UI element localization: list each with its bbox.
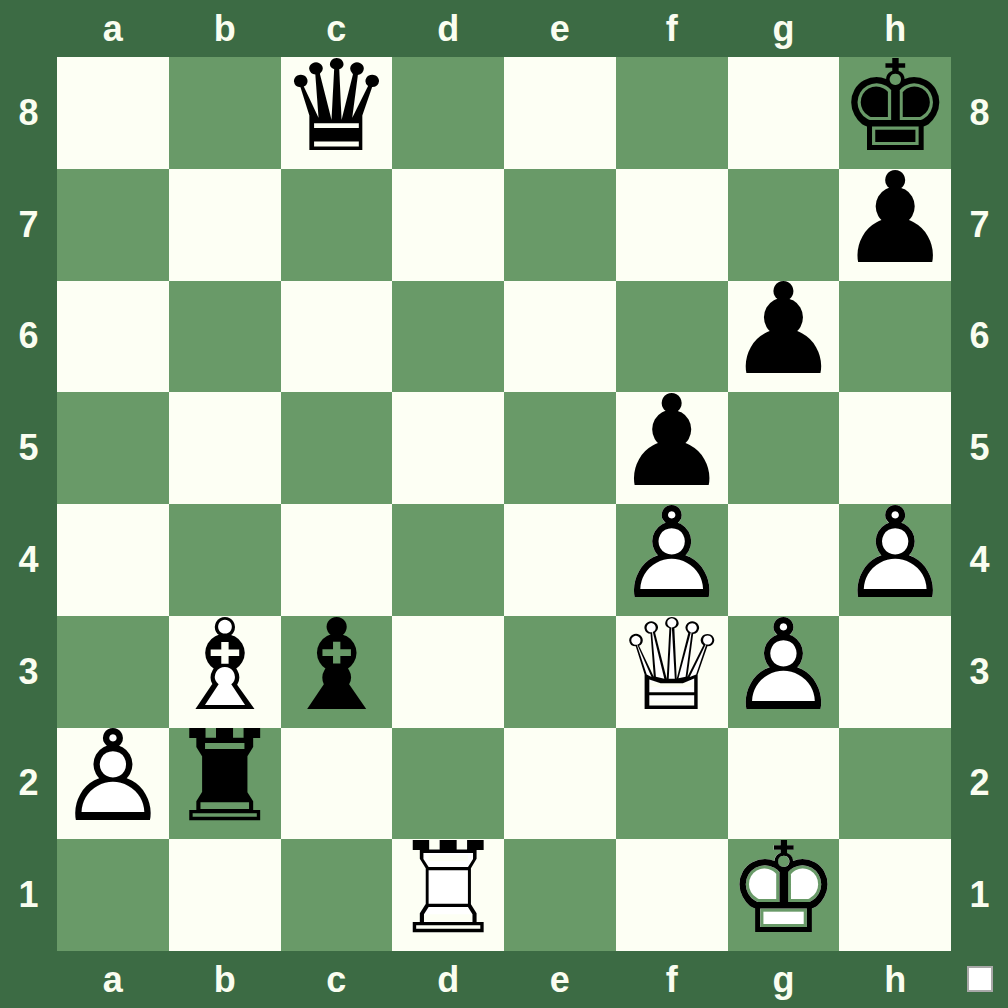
black-pawn-icon: ♟ [615, 379, 728, 505]
square-f7[interactable] [616, 169, 728, 281]
square-h6[interactable] [839, 281, 951, 393]
white-pawn-icon: ♙ [727, 602, 840, 728]
white-to-move-indicator [967, 966, 993, 992]
square-a3[interactable] [57, 616, 169, 728]
square-c8[interactable]: ♛ [281, 57, 393, 169]
white-bishop-icon: ♗ [168, 602, 281, 728]
square-g8[interactable] [728, 57, 840, 169]
piece-black-king[interactable]: ♚ [839, 57, 951, 169]
square-c6[interactable] [281, 281, 393, 393]
square-g1[interactable]: ♚♔ [728, 839, 840, 951]
file-label-d: d [392, 951, 504, 1008]
square-b8[interactable] [169, 57, 281, 169]
white-pawn-icon: ♙ [615, 491, 728, 617]
square-f3[interactable]: ♛♕ [616, 616, 728, 728]
square-g4[interactable] [728, 504, 840, 616]
file-label-f: f [616, 0, 728, 57]
square-f5[interactable]: ♟ [616, 392, 728, 504]
white-king-icon: ♔ [727, 826, 840, 952]
file-label-a: a [57, 951, 169, 1008]
white-pawn-fill: ♟ [56, 714, 169, 840]
file-label-e: e [504, 951, 616, 1008]
square-c7[interactable] [281, 169, 393, 281]
file-labels-top: abcdefgh [57, 0, 951, 57]
rank-label-6: 6 [0, 281, 57, 393]
square-g3[interactable]: ♟♙ [728, 616, 840, 728]
white-pawn-icon: ♙ [56, 714, 169, 840]
square-e3[interactable] [504, 616, 616, 728]
piece-black-rook[interactable]: ♜ [169, 728, 281, 840]
square-g6[interactable]: ♟ [728, 281, 840, 393]
rank-label-1: 1 [0, 839, 57, 951]
square-a8[interactable] [57, 57, 169, 169]
white-pawn-icon: ♙ [839, 491, 952, 617]
square-h8[interactable]: ♚ [839, 57, 951, 169]
square-a5[interactable] [57, 392, 169, 504]
file-label-b: b [169, 951, 281, 1008]
file-label-h: h [839, 951, 951, 1008]
square-g7[interactable] [728, 169, 840, 281]
square-d7[interactable] [392, 169, 504, 281]
square-d6[interactable] [392, 281, 504, 393]
square-f6[interactable] [616, 281, 728, 393]
rank-label-4: 4 [0, 504, 57, 616]
white-rook-icon: ♖ [392, 826, 505, 952]
black-pawn-icon: ♟ [839, 155, 952, 281]
square-d3[interactable] [392, 616, 504, 728]
piece-white-rook[interactable]: ♜♖ [392, 839, 504, 951]
piece-black-bishop[interactable]: ♝ [281, 616, 393, 728]
chess-board: abcdefgh abcdefgh 87654321 87654321 ♛♚♟♟… [0, 0, 1008, 1008]
square-a6[interactable] [57, 281, 169, 393]
white-pawn-fill: ♟ [839, 491, 952, 617]
square-h5[interactable] [839, 392, 951, 504]
file-labels-bottom: abcdefgh [57, 951, 951, 1008]
rank-label-3: 3 [951, 616, 1008, 728]
square-b1[interactable] [169, 839, 281, 951]
black-bishop-icon: ♝ [280, 602, 393, 728]
file-label-b: b [169, 0, 281, 57]
file-label-d: d [392, 0, 504, 57]
piece-black-pawn[interactable]: ♟ [728, 281, 840, 393]
square-d1[interactable]: ♜♖ [392, 839, 504, 951]
white-bishop-fill: ♝ [168, 602, 281, 728]
square-f8[interactable] [616, 57, 728, 169]
square-a1[interactable] [57, 839, 169, 951]
square-h2[interactable] [839, 728, 951, 840]
square-a7[interactable] [57, 169, 169, 281]
black-queen-icon: ♛ [280, 44, 393, 170]
square-h4[interactable]: ♟♙ [839, 504, 951, 616]
rank-label-7: 7 [0, 169, 57, 281]
square-b6[interactable] [169, 281, 281, 393]
square-d4[interactable] [392, 504, 504, 616]
square-e7[interactable] [504, 169, 616, 281]
rank-label-4: 4 [951, 504, 1008, 616]
square-e4[interactable] [504, 504, 616, 616]
file-label-h: h [839, 0, 951, 57]
rank-label-6: 6 [951, 281, 1008, 393]
square-e5[interactable] [504, 392, 616, 504]
piece-white-pawn[interactable]: ♟♙ [57, 728, 169, 840]
file-label-f: f [616, 951, 728, 1008]
black-rook-icon: ♜ [168, 714, 281, 840]
square-b2[interactable]: ♜ [169, 728, 281, 840]
square-g5[interactable] [728, 392, 840, 504]
square-b4[interactable] [169, 504, 281, 616]
square-h1[interactable] [839, 839, 951, 951]
square-b7[interactable] [169, 169, 281, 281]
square-b5[interactable] [169, 392, 281, 504]
rank-label-2: 2 [951, 728, 1008, 840]
square-e6[interactable] [504, 281, 616, 393]
square-c1[interactable] [281, 839, 393, 951]
white-pawn-fill: ♟ [615, 491, 728, 617]
rank-label-5: 5 [951, 392, 1008, 504]
piece-white-pawn[interactable]: ♟♙ [616, 504, 728, 616]
board-grid: ♛♚♟♟♟♟♙♟♙♝♗♝♛♕♟♙♟♙♜♜♖♚♔ [57, 57, 951, 951]
black-king-icon: ♚ [839, 44, 952, 170]
black-pawn-icon: ♟ [727, 267, 840, 393]
piece-black-pawn[interactable]: ♟ [616, 392, 728, 504]
piece-white-bishop[interactable]: ♝♗ [169, 616, 281, 728]
square-e1[interactable] [504, 839, 616, 951]
file-label-g: g [728, 0, 840, 57]
square-f2[interactable] [616, 728, 728, 840]
rank-label-8: 8 [0, 57, 57, 169]
file-label-c: c [281, 951, 393, 1008]
piece-white-pawn[interactable]: ♟♙ [728, 616, 840, 728]
square-h3[interactable] [839, 616, 951, 728]
rank-labels-left: 87654321 [0, 57, 57, 951]
square-b3[interactable]: ♝♗ [169, 616, 281, 728]
white-pawn-fill: ♟ [727, 602, 840, 728]
square-e2[interactable] [504, 728, 616, 840]
file-label-a: a [57, 0, 169, 57]
rank-label-3: 3 [0, 616, 57, 728]
file-label-c: c [281, 0, 393, 57]
square-a4[interactable] [57, 504, 169, 616]
square-d5[interactable] [392, 392, 504, 504]
rank-labels-right: 87654321 [951, 57, 1008, 951]
square-d2[interactable] [392, 728, 504, 840]
white-queen-icon: ♕ [615, 602, 728, 728]
rank-label-1: 1 [951, 839, 1008, 951]
rank-label-2: 2 [0, 728, 57, 840]
rank-label-7: 7 [951, 169, 1008, 281]
square-c5[interactable] [281, 392, 393, 504]
rank-label-8: 8 [951, 57, 1008, 169]
piece-white-king[interactable]: ♚♔ [728, 839, 840, 951]
white-rook-fill: ♜ [392, 826, 505, 952]
white-queen-fill: ♛ [615, 602, 728, 728]
square-g2[interactable] [728, 728, 840, 840]
white-king-fill: ♚ [727, 826, 840, 952]
piece-white-queen[interactable]: ♛♕ [616, 616, 728, 728]
file-label-g: g [728, 951, 840, 1008]
piece-white-pawn[interactable]: ♟♙ [839, 504, 951, 616]
rank-label-5: 5 [0, 392, 57, 504]
square-a2[interactable]: ♟♙ [57, 728, 169, 840]
square-f1[interactable] [616, 839, 728, 951]
piece-black-pawn[interactable]: ♟ [839, 169, 951, 281]
square-f4[interactable]: ♟♙ [616, 504, 728, 616]
square-d8[interactable] [392, 57, 504, 169]
square-e8[interactable] [504, 57, 616, 169]
square-h7[interactable]: ♟ [839, 169, 951, 281]
square-c2[interactable] [281, 728, 393, 840]
square-c4[interactable] [281, 504, 393, 616]
file-label-e: e [504, 0, 616, 57]
piece-black-queen[interactable]: ♛ [281, 57, 393, 169]
square-c3[interactable]: ♝ [281, 616, 393, 728]
